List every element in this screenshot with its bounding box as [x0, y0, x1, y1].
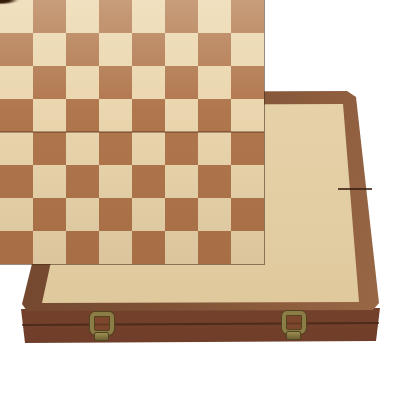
chess-set-photo: ♜♞♝♚♛♝♞♜♟♟♟♟♟♟♟♟♟♟♟♟♟♟♟♟♜♞♝♚♛♝♞♜	[0, 0, 400, 400]
square-h6[interactable]	[0, 165, 33, 198]
square-a1[interactable]	[231, 0, 264, 33]
square-g2[interactable]	[33, 33, 66, 66]
square-b2[interactable]	[198, 33, 231, 66]
board-fold-seam	[0, 131, 264, 133]
square-g4[interactable]	[33, 99, 66, 132]
square-g1[interactable]	[33, 0, 66, 33]
square-d1[interactable]	[132, 0, 165, 33]
square-c6[interactable]	[165, 165, 198, 198]
square-g3[interactable]	[33, 66, 66, 99]
square-f7[interactable]	[66, 198, 99, 231]
square-b5[interactable]	[198, 132, 231, 165]
square-h7[interactable]	[0, 198, 33, 231]
square-f8[interactable]	[66, 231, 99, 264]
square-a5[interactable]	[231, 132, 264, 165]
square-e4[interactable]	[99, 99, 132, 132]
square-h8[interactable]	[0, 231, 33, 264]
square-b7[interactable]	[198, 198, 231, 231]
square-h1[interactable]	[0, 0, 33, 33]
square-c1[interactable]	[165, 0, 198, 33]
fold-seam-right	[338, 188, 372, 190]
square-a8[interactable]	[231, 231, 264, 264]
square-d3[interactable]	[132, 66, 165, 99]
brass-clasp-left	[90, 312, 112, 340]
square-e5[interactable]	[99, 132, 132, 165]
square-a7[interactable]	[231, 198, 264, 231]
square-b4[interactable]	[198, 99, 231, 132]
chess-board	[0, 0, 264, 264]
square-c8[interactable]	[165, 231, 198, 264]
square-a6[interactable]	[231, 165, 264, 198]
square-c5[interactable]	[165, 132, 198, 165]
square-c2[interactable]	[165, 33, 198, 66]
square-a3[interactable]	[231, 66, 264, 99]
square-g5[interactable]	[33, 132, 66, 165]
square-d2[interactable]	[132, 33, 165, 66]
square-g6[interactable]	[33, 165, 66, 198]
clasp-loop-icon	[90, 312, 114, 335]
square-d4[interactable]	[132, 99, 165, 132]
square-d8[interactable]	[132, 231, 165, 264]
square-b8[interactable]	[198, 231, 231, 264]
square-a2[interactable]	[231, 33, 264, 66]
square-e6[interactable]	[99, 165, 132, 198]
square-h2[interactable]	[0, 33, 33, 66]
square-e1[interactable]	[99, 0, 132, 33]
square-b3[interactable]	[198, 66, 231, 99]
square-e2[interactable]	[99, 33, 132, 66]
square-a4[interactable]	[231, 99, 264, 132]
square-d6[interactable]	[132, 165, 165, 198]
square-g8[interactable]	[33, 231, 66, 264]
square-e8[interactable]	[99, 231, 132, 264]
square-d7[interactable]	[132, 198, 165, 231]
square-b1[interactable]	[198, 0, 231, 33]
square-e3[interactable]	[99, 66, 132, 99]
square-f3[interactable]	[66, 66, 99, 99]
square-h5[interactable]	[0, 132, 33, 165]
brass-clasp-right	[282, 311, 304, 339]
square-h4[interactable]	[0, 99, 33, 132]
clasp-plate-icon	[95, 333, 108, 340]
square-c7[interactable]	[165, 198, 198, 231]
square-h3[interactable]	[0, 66, 33, 99]
square-f6[interactable]	[66, 165, 99, 198]
square-d5[interactable]	[132, 132, 165, 165]
square-f4[interactable]	[66, 99, 99, 132]
square-b6[interactable]	[198, 165, 231, 198]
square-e7[interactable]	[99, 198, 132, 231]
square-f1[interactable]	[66, 0, 99, 33]
clasp-plate-icon	[287, 332, 300, 339]
square-c3[interactable]	[165, 66, 198, 99]
square-g7[interactable]	[33, 198, 66, 231]
clasp-loop-icon	[282, 311, 306, 334]
square-c4[interactable]	[165, 99, 198, 132]
square-f5[interactable]	[66, 132, 99, 165]
square-f2[interactable]	[66, 33, 99, 66]
